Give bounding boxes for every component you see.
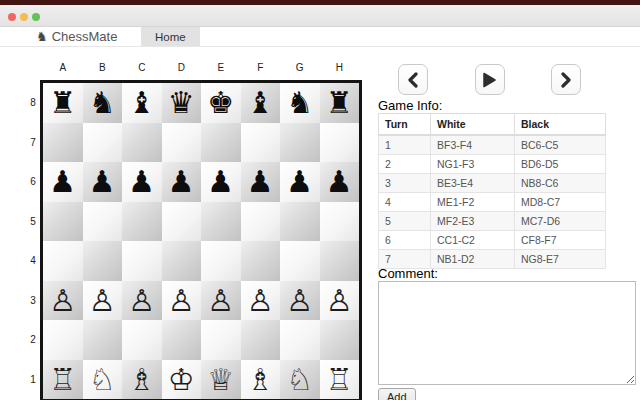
piece-black-pawn[interactable]: ♟ (49, 162, 76, 202)
piece-black-pawn[interactable]: ♟ (89, 162, 116, 202)
knight-icon: ♞ (36, 30, 48, 43)
rank-label-5: 5 (27, 202, 39, 242)
back-button[interactable] (398, 64, 428, 95)
square-g3[interactable]: ♙ (280, 281, 320, 321)
rank-label-3: 3 (27, 281, 39, 321)
square-g5[interactable] (280, 202, 320, 242)
square-e3[interactable]: ♙ (201, 281, 241, 321)
square-f7[interactable] (241, 123, 281, 163)
square-h4[interactable] (320, 241, 360, 281)
file-labels: ABCDEFGH (43, 60, 359, 76)
square-g7[interactable] (280, 123, 320, 163)
square-a3[interactable]: ♙ (43, 281, 83, 321)
black-move-cell: BC6-C5 (515, 135, 606, 155)
play-icon (482, 72, 497, 88)
white-move-cell: NB1-D2 (431, 250, 515, 269)
move-row-2[interactable]: 2NG1-F3BD6-D5 (379, 155, 606, 174)
piece-black-pawn[interactable]: ♟ (128, 162, 155, 202)
square-c1[interactable]: ♗ (122, 360, 162, 400)
piece-white-king[interactable]: ♔ (168, 360, 195, 400)
black-move-cell: MD8-C7 (515, 193, 606, 212)
piece-white-pawn[interactable]: ♙ (89, 281, 116, 321)
square-a6[interactable]: ♟ (43, 162, 83, 202)
rank-label-8: 8 (27, 83, 39, 123)
black-move-cell: NG8-E7 (515, 250, 606, 269)
add-comment-button[interactable]: Add (378, 388, 416, 400)
move-row-3[interactable]: 3BE3-E4NB8-C6 (379, 174, 606, 193)
turn-cell: 4 (379, 193, 431, 212)
brand[interactable]: ♞ ChessMate (36, 27, 117, 46)
square-f3[interactable]: ♙ (241, 281, 281, 321)
square-e2[interactable] (201, 320, 241, 360)
file-label-a: A (43, 60, 83, 76)
white-move-cell: ME1-F2 (431, 193, 515, 212)
chevron-left-icon (406, 72, 420, 88)
piece-white-pawn[interactable]: ♙ (286, 281, 313, 321)
square-b5[interactable] (83, 202, 123, 242)
piece-black-pawn[interactable]: ♟ (286, 162, 313, 202)
piece-black-king[interactable]: ♚ (207, 83, 234, 123)
piece-black-pawn[interactable]: ♟ (168, 162, 195, 202)
minimize-window-button[interactable] (20, 13, 28, 21)
rank-labels: 87654321 (27, 83, 39, 399)
piece-white-bishop[interactable]: ♗ (247, 360, 274, 400)
move-row-1[interactable]: 1BF3-F4BC6-C5 (379, 135, 606, 155)
tab-home[interactable]: Home (141, 27, 200, 46)
square-c8[interactable]: ♝ (122, 83, 162, 123)
black-move-cell: BD6-D5 (515, 155, 606, 174)
square-d4[interactable] (162, 241, 202, 281)
chess-board: ♜♞♝♛♚♝♞♜♟♟♟♟♟♟♟♟♙♙♙♙♙♙♙♙♖♘♗♔♕♗♘♖ (40, 80, 362, 400)
square-d2[interactable] (162, 320, 202, 360)
square-h2[interactable] (320, 320, 360, 360)
piece-white-pawn[interactable]: ♙ (247, 281, 274, 321)
file-label-b: B (83, 60, 123, 76)
file-label-c: C (122, 60, 162, 76)
square-a2[interactable] (43, 320, 83, 360)
square-c4[interactable] (122, 241, 162, 281)
play-button[interactable] (475, 64, 505, 95)
piece-white-pawn[interactable]: ♙ (168, 281, 195, 321)
square-b8[interactable]: ♞ (83, 83, 123, 123)
rank-label-7: 7 (27, 123, 39, 163)
piece-white-queen[interactable]: ♕ (207, 360, 234, 400)
black-move-cell: MC7-D6 (515, 212, 606, 231)
piece-black-pawn[interactable]: ♟ (326, 162, 353, 202)
file-label-g: G (280, 60, 320, 76)
piece-white-rook[interactable]: ♖ (326, 360, 353, 400)
piece-white-pawn[interactable]: ♙ (49, 281, 76, 321)
square-e6[interactable]: ♟ (201, 162, 241, 202)
piece-black-queen[interactable]: ♛ (168, 83, 195, 123)
moves-table: Turn White Black 1BF3-F4BC6-C52NG1-F3BD6… (378, 113, 606, 269)
file-label-d: D (162, 60, 202, 76)
turn-cell: 5 (379, 212, 431, 231)
piece-white-bishop[interactable]: ♗ (128, 360, 155, 400)
square-f6[interactable]: ♟ (241, 162, 281, 202)
square-a5[interactable] (43, 202, 83, 242)
square-b3[interactable]: ♙ (83, 281, 123, 321)
rank-label-1: 1 (27, 360, 39, 400)
square-b7[interactable] (83, 123, 123, 163)
forward-button[interactable] (551, 64, 581, 95)
square-h3[interactable]: ♙ (320, 281, 360, 321)
white-move-cell: BE3-E4 (431, 174, 515, 193)
square-c3[interactable]: ♙ (122, 281, 162, 321)
square-b4[interactable] (83, 241, 123, 281)
rank-label-2: 2 (27, 320, 39, 360)
piece-white-knight[interactable]: ♘ (89, 360, 116, 400)
square-f5[interactable] (241, 202, 281, 242)
rank-label-6: 6 (27, 162, 39, 202)
file-label-e: E (201, 60, 241, 76)
piece-white-pawn[interactable]: ♙ (128, 281, 155, 321)
piece-black-pawn[interactable]: ♟ (207, 162, 234, 202)
file-label-h: H (320, 60, 360, 76)
square-c2[interactable] (122, 320, 162, 360)
navbar: ♞ ChessMate Home (0, 27, 640, 47)
square-e1[interactable]: ♕ (201, 360, 241, 400)
comment-label: Comment: (378, 266, 438, 281)
piece-black-bishop[interactable]: ♝ (128, 83, 155, 123)
square-h5[interactable] (320, 202, 360, 242)
move-row-5[interactable]: 5MF2-E3MC7-D6 (379, 212, 606, 231)
chevron-right-icon (559, 72, 573, 88)
column-header-black: Black (515, 114, 606, 136)
piece-black-pawn[interactable]: ♟ (247, 162, 274, 202)
game-info-label: Game Info: (378, 98, 442, 113)
turn-cell: 1 (379, 135, 431, 155)
square-c6[interactable]: ♟ (122, 162, 162, 202)
close-window-button[interactable] (8, 13, 16, 21)
black-move-cell: NB8-C6 (515, 174, 606, 193)
square-d5[interactable] (162, 202, 202, 242)
square-c7[interactable] (122, 123, 162, 163)
file-label-f: F (241, 60, 281, 76)
move-row-6[interactable]: 6CC1-C2CF8-F7 (379, 231, 606, 250)
square-g2[interactable] (280, 320, 320, 360)
square-d3[interactable]: ♙ (162, 281, 202, 321)
white-move-cell: CC1-C2 (431, 231, 515, 250)
piece-white-rook[interactable]: ♖ (49, 360, 76, 400)
piece-white-knight[interactable]: ♘ (286, 360, 313, 400)
square-e8[interactable]: ♚ (201, 83, 241, 123)
square-h8[interactable]: ♜ (320, 83, 360, 123)
piece-black-rook[interactable]: ♜ (49, 83, 76, 123)
square-h6[interactable]: ♟ (320, 162, 360, 202)
piece-black-knight[interactable]: ♞ (286, 83, 313, 123)
turn-cell: 6 (379, 231, 431, 250)
square-a7[interactable] (43, 123, 83, 163)
square-h7[interactable] (320, 123, 360, 163)
turn-cell: 3 (379, 174, 431, 193)
square-d1[interactable]: ♔ (162, 360, 202, 400)
square-d8[interactable]: ♛ (162, 83, 202, 123)
comment-input[interactable] (378, 281, 636, 385)
square-e7[interactable] (201, 123, 241, 163)
square-a8[interactable]: ♜ (43, 83, 83, 123)
square-e5[interactable] (201, 202, 241, 242)
turn-cell: 2 (379, 155, 431, 174)
rank-label-4: 4 (27, 241, 39, 281)
square-d6[interactable]: ♟ (162, 162, 202, 202)
square-a1[interactable]: ♖ (43, 360, 83, 400)
piece-white-pawn[interactable]: ♙ (326, 281, 353, 321)
white-move-cell: BF3-F4 (431, 135, 515, 155)
square-g8[interactable]: ♞ (280, 83, 320, 123)
white-move-cell: MF2-E3 (431, 212, 515, 231)
square-e4[interactable] (201, 241, 241, 281)
square-c5[interactable] (122, 202, 162, 242)
piece-black-rook[interactable]: ♜ (326, 83, 353, 123)
square-h1[interactable]: ♖ (320, 360, 360, 400)
square-b1[interactable]: ♘ (83, 360, 123, 400)
square-f8[interactable]: ♝ (241, 83, 281, 123)
square-a4[interactable] (43, 241, 83, 281)
square-d7[interactable] (162, 123, 202, 163)
column-header-white: White (431, 114, 515, 136)
square-g6[interactable]: ♟ (280, 162, 320, 202)
square-g1[interactable]: ♘ (280, 360, 320, 400)
piece-black-bishop[interactable]: ♝ (247, 83, 274, 123)
zoom-window-button[interactable] (32, 13, 40, 21)
square-b6[interactable]: ♟ (83, 162, 123, 202)
piece-black-knight[interactable]: ♞ (89, 83, 116, 123)
square-f1[interactable]: ♗ (241, 360, 281, 400)
column-header-turn: Turn (379, 114, 431, 136)
tab-home-label: Home (155, 31, 186, 43)
brand-label: ChessMate (52, 29, 118, 44)
move-row-4[interactable]: 4ME1-F2MD8-C7 (379, 193, 606, 212)
window-titlebar (0, 5, 640, 27)
move-controls (398, 64, 581, 95)
moves-table-header: Turn White Black (379, 114, 606, 136)
square-b2[interactable] (83, 320, 123, 360)
square-f4[interactable] (241, 241, 281, 281)
square-g4[interactable] (280, 241, 320, 281)
piece-white-pawn[interactable]: ♙ (207, 281, 234, 321)
black-move-cell: CF8-F7 (515, 231, 606, 250)
square-f2[interactable] (241, 320, 281, 360)
white-move-cell: NG1-F3 (431, 155, 515, 174)
